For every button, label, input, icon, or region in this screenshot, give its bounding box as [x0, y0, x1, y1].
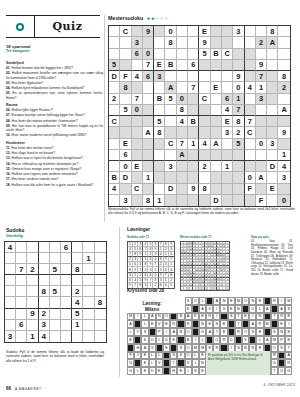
cell-r11c11[interactable]	[222, 139, 233, 150]
cell-r3c8[interactable]	[188, 49, 199, 60]
cell-r2c2[interactable]	[16, 253, 27, 264]
crossword-cell-r6c5: L	[156, 336, 163, 344]
cell-r16c13[interactable]	[245, 195, 256, 206]
cell-r2c3[interactable]	[27, 253, 38, 264]
cell-r7c15[interactable]	[267, 94, 278, 105]
cell-r8c8[interactable]	[83, 320, 94, 331]
cell-r5c10[interactable]	[211, 71, 222, 82]
cell-r5c2[interactable]	[16, 286, 27, 297]
cell-r5c3[interactable]	[27, 286, 38, 297]
cell-r12c8[interactable]	[188, 150, 199, 161]
cell-r6c2: 8	[120, 82, 131, 93]
cell-r15c2[interactable]	[120, 184, 131, 195]
cell-r4c2[interactable]	[120, 60, 131, 71]
crossword-cell-r7c5	[156, 344, 163, 352]
cell-r5c6[interactable]	[165, 71, 176, 82]
cell-r9c2[interactable]	[120, 116, 131, 127]
cell-r4c7[interactable]	[177, 60, 188, 71]
solutions-heading: Løsninger	[127, 227, 150, 232]
cell-r2c12[interactable]	[233, 37, 244, 48]
cell-r1c8[interactable]	[83, 242, 94, 253]
crossword-cell-r7c21: O	[271, 344, 278, 352]
cell-r2c2[interactable]	[120, 37, 131, 48]
crossword-solution-word: Løsning: Milano	[133, 301, 171, 314]
cell-r10c14[interactable]	[256, 127, 267, 138]
cell-r2c13[interactable]	[245, 37, 256, 48]
cell-r10c7[interactable]	[177, 127, 188, 138]
cell-r8c1[interactable]	[109, 105, 120, 116]
cell-r14c12[interactable]	[233, 172, 244, 183]
cell-r13c8[interactable]	[188, 161, 199, 172]
cell-r16c5: 1	[154, 195, 165, 206]
cell-r3c9[interactable]	[95, 264, 106, 275]
quiz-question-01: 01. Hvilket berømt skip ble bygget her i…	[6, 66, 103, 70]
cell-r13c11: 1	[222, 161, 233, 172]
cell-r3c12[interactable]	[233, 49, 244, 60]
cell-r3c1[interactable]	[5, 264, 16, 275]
cell-r3c14[interactable]	[256, 49, 267, 60]
cell-r13c12[interactable]	[233, 161, 244, 172]
cell-r16c3[interactable]	[132, 195, 143, 206]
cell-r6c11[interactable]	[222, 82, 233, 93]
cell-r8c9[interactable]	[95, 320, 106, 331]
cell-r2c6: 8	[165, 37, 176, 48]
cell-r2c10[interactable]	[211, 37, 222, 48]
crossword-cell-r3c18: I	[249, 313, 256, 321]
crossword-cell-r2c19: L	[256, 305, 263, 313]
cell-r3c6[interactable]	[165, 49, 176, 60]
cell-r1c7[interactable]	[177, 26, 188, 37]
cell-r7c5: B	[154, 94, 165, 105]
cell-r6c4[interactable]	[39, 297, 50, 308]
cell-r10c3[interactable]	[132, 127, 143, 138]
quiz-subtitle: 18 spørsmål Tre kategorier	[6, 44, 102, 53]
cell-r14c6[interactable]	[165, 172, 176, 183]
cell-r9c12: 8	[233, 116, 244, 127]
cell-r8c9[interactable]	[199, 105, 210, 116]
cell-r8c4[interactable]	[143, 105, 154, 116]
cell-r9c7[interactable]	[72, 331, 83, 342]
cell-r16c6[interactable]	[165, 195, 176, 206]
cell-r14c5[interactable]	[154, 172, 165, 183]
cell-r5c9[interactable]	[95, 286, 106, 297]
cell-r3c4: 0	[143, 49, 154, 60]
cell-r6c3[interactable]	[132, 82, 143, 93]
cell-r6c5[interactable]	[50, 297, 61, 308]
cell-r1c6: 6	[61, 242, 72, 253]
cell-r10c2[interactable]	[120, 127, 131, 138]
cell-r9c6[interactable]	[165, 116, 176, 127]
cell-r12c12[interactable]	[233, 150, 244, 161]
cell-r1c1[interactable]	[109, 26, 120, 37]
cell-r12c1[interactable]	[109, 150, 120, 161]
cell-r13c4[interactable]	[143, 161, 154, 172]
cell-r2c11[interactable]	[222, 37, 233, 48]
cell-r6c1[interactable]	[5, 297, 16, 308]
crossword-cell-r10c22: O	[278, 367, 285, 375]
cell-r7c8[interactable]	[83, 309, 94, 320]
cell-r11c3[interactable]	[132, 139, 143, 150]
cell-r1c10[interactable]	[211, 26, 222, 37]
cell-r3c1[interactable]	[109, 49, 120, 60]
cell-r14c8[interactable]	[188, 172, 199, 183]
cell-r5c8[interactable]	[188, 71, 199, 82]
cell-r2c16[interactable]	[278, 37, 289, 48]
cell-r12c9[interactable]	[199, 150, 210, 161]
crossword-cell-r7c6: E	[163, 344, 170, 352]
cell-r14c10[interactable]	[211, 172, 222, 183]
cell-r1c5[interactable]	[154, 26, 165, 37]
crossword-cell-r3c10: K	[192, 313, 199, 321]
cell-r4c8[interactable]	[83, 275, 94, 286]
cell-r2c4[interactable]	[39, 253, 50, 264]
cell-r9c4[interactable]	[143, 116, 154, 127]
cell-r15c5[interactable]	[154, 184, 165, 195]
cell-r1c7[interactable]	[72, 242, 83, 253]
cell-r9c14[interactable]	[256, 116, 267, 127]
cell-r12c15[interactable]	[267, 150, 278, 161]
cell-r8c6[interactable]	[165, 105, 176, 116]
cell-r11c5[interactable]	[154, 139, 165, 150]
cell-r12c5[interactable]	[154, 150, 165, 161]
cell-r9c9[interactable]	[95, 331, 106, 342]
cell-r7c3: 9	[27, 309, 38, 320]
cell-r13c14[interactable]	[256, 161, 267, 172]
cell-r9c7: 4	[177, 116, 188, 127]
cell-r5c9[interactable]	[199, 71, 210, 82]
cell-r7c2[interactable]	[120, 94, 131, 105]
cell-r12c14[interactable]	[256, 150, 267, 161]
cell-r4c2[interactable]	[16, 275, 27, 286]
cell-r6c9[interactable]	[199, 82, 210, 93]
cell-r4c5[interactable]	[50, 275, 61, 286]
crossword-heading: Kryssord side 28	[127, 288, 164, 293]
cell-r1c11[interactable]	[222, 26, 233, 37]
quiz-question-08: 08. Hva heter det største tettstedet i k…	[6, 119, 103, 123]
cell-r16c9[interactable]	[199, 195, 210, 206]
crossword-cell-r1c17: O	[242, 297, 249, 305]
cell-r3c4[interactable]	[39, 264, 50, 275]
cell-r7c13[interactable]	[245, 94, 256, 105]
cell-r11c2: E	[120, 139, 131, 150]
cell-r10c1[interactable]	[109, 127, 120, 138]
cell-r5c15[interactable]	[267, 71, 278, 82]
cell-r9c5[interactable]	[50, 331, 61, 342]
cell-r15c10[interactable]	[211, 184, 222, 195]
cell-r4c13[interactable]	[245, 60, 256, 71]
crossword-cell-r4c15	[228, 320, 235, 328]
cell-r8c15[interactable]	[267, 105, 278, 116]
cell-r7c1: 2	[109, 94, 120, 105]
cell-r15c4[interactable]	[143, 184, 154, 195]
crossword-cell-r6c13: O	[213, 336, 220, 344]
cell-r12c6[interactable]	[165, 150, 176, 161]
cell-r10c6[interactable]	[165, 127, 176, 138]
cell-r9c3[interactable]	[132, 116, 143, 127]
cell-r10c11: 3	[222, 127, 233, 138]
cell-r16c12[interactable]	[233, 195, 244, 206]
cell-r1c2[interactable]	[16, 242, 27, 253]
cell-r11c16[interactable]	[278, 139, 289, 150]
cell-r9c6[interactable]	[61, 331, 72, 342]
cell-r4c10[interactable]	[211, 60, 222, 71]
cell-r9c10[interactable]	[211, 116, 222, 127]
cell-r16c1[interactable]	[109, 195, 120, 206]
cell-r13c13[interactable]	[245, 161, 256, 172]
crossword-cell-r1c13: A	[213, 297, 220, 305]
crossword-cell-r7c9: O	[185, 344, 192, 352]
cell-r15c15: E	[267, 184, 278, 195]
cell-r13c9: 2	[199, 161, 210, 172]
cell-r9c8[interactable]	[83, 331, 94, 342]
cell-r5c4: 6	[143, 71, 154, 82]
cell-r3c15[interactable]	[267, 49, 278, 60]
cell-r4c16[interactable]	[278, 60, 289, 71]
cell-r12c3[interactable]	[132, 150, 143, 161]
cell-r1c5[interactable]	[50, 242, 61, 253]
cell-r4c3[interactable]	[132, 60, 143, 71]
cell-r1c4[interactable]	[39, 242, 50, 253]
crossword-cell-r6c22: P	[278, 336, 285, 344]
crossword-cell-r3c16: T	[235, 313, 242, 321]
crossword-cell-r10c6	[163, 367, 170, 375]
cell-r6c8[interactable]	[83, 297, 94, 308]
crossword-cell-r5c13: T	[213, 328, 220, 336]
solution-quiz-label: Svar på quiz	[251, 235, 269, 239]
cell-r11c13[interactable]	[245, 139, 256, 150]
cell-r15c14[interactable]	[256, 184, 267, 195]
quiz-category-3: Hunderaser	[6, 141, 103, 145]
cell-r3c7[interactable]	[177, 49, 188, 60]
crossword-cell-r10c21: T	[271, 367, 278, 375]
cell-r6c6[interactable]	[61, 297, 72, 308]
cell-r9c2[interactable]	[16, 331, 27, 342]
cell-r8c10[interactable]	[211, 105, 222, 116]
cell-r1c16[interactable]	[278, 26, 289, 37]
cell-r6c5[interactable]	[154, 82, 165, 93]
cell-r12c13[interactable]	[245, 150, 256, 161]
cell-r5c12: 9	[233, 71, 244, 82]
cell-r7c11: 6	[222, 94, 233, 105]
cell-r12c10[interactable]	[211, 150, 222, 161]
crossword-cell-r7c2: H	[134, 344, 141, 352]
crossword-cell-r9c8	[177, 359, 184, 367]
cell-r10c8[interactable]	[188, 127, 199, 138]
crossword-cell-r1c14: N	[220, 297, 227, 305]
cell-r3c8[interactable]	[83, 264, 94, 275]
cell-r10c9[interactable]	[199, 127, 210, 138]
cell-r5c7[interactable]	[177, 71, 188, 82]
cell-r2c4[interactable]	[143, 37, 154, 48]
cell-r6c10: E	[211, 82, 222, 93]
cell-r4c4[interactable]	[39, 275, 50, 286]
crossword-cell-r5c5: P	[156, 328, 163, 336]
cell-r4c9[interactable]	[95, 275, 106, 286]
cell-r14c7[interactable]	[177, 172, 188, 183]
cell-r3c2[interactable]	[120, 49, 131, 60]
crossword-cell-r2c13: I	[213, 305, 220, 313]
cell-r8c5[interactable]	[50, 320, 61, 331]
crossword-cell-r5c7: A	[170, 328, 177, 336]
crossword-cell-r7c23: T	[285, 344, 292, 352]
cell-r3c3: 6	[132, 49, 143, 60]
cell-r5c11[interactable]	[222, 71, 233, 82]
cell-r1c13[interactable]	[245, 26, 256, 37]
sudoku-caption: Sudoku: Fyll ut de tomme feltene slik at…	[6, 350, 104, 363]
cell-r15c12[interactable]	[233, 184, 244, 195]
cell-r4c15[interactable]	[267, 60, 278, 71]
cell-r16c8[interactable]	[188, 195, 199, 206]
cell-r4c7[interactable]	[72, 275, 83, 286]
cell-r7c16[interactable]	[278, 94, 289, 105]
cell-r7c5[interactable]	[50, 309, 61, 320]
cell-r13c5[interactable]	[154, 161, 165, 172]
cell-r8c6[interactable]	[61, 320, 72, 331]
cell-r1c3[interactable]	[132, 26, 143, 37]
cell-r13c10[interactable]	[211, 161, 222, 172]
cell-r14c15[interactable]	[267, 172, 278, 183]
cell-r14c3[interactable]	[132, 172, 143, 183]
quiz-question-16: 16. Hvilken rase regnes som verdens smar…	[6, 172, 103, 176]
footer-left: 66 A-MAGASINET	[6, 386, 41, 391]
cell-r13c7[interactable]	[177, 161, 188, 172]
cell-r15c11[interactable]	[222, 184, 233, 195]
cell-r5c8[interactable]	[83, 286, 94, 297]
cell-r16c14: F	[256, 195, 267, 206]
cell-r2c7[interactable]	[72, 253, 83, 264]
cell-r14c11[interactable]	[222, 172, 233, 183]
cell-r10c15[interactable]	[267, 127, 278, 138]
cell-r2c1[interactable]	[5, 253, 16, 264]
cell-r4c11[interactable]	[222, 60, 233, 71]
cell-r12c4[interactable]	[143, 150, 154, 161]
cell-r8c5[interactable]	[154, 105, 165, 116]
cell-r1c9[interactable]	[95, 242, 106, 253]
cell-r16c11[interactable]	[222, 195, 233, 206]
crossword-cell-r2c16: N	[235, 305, 242, 313]
cell-r6c7[interactable]	[177, 82, 188, 93]
cell-r4c3[interactable]	[27, 275, 38, 286]
cell-r2c1[interactable]	[109, 37, 120, 48]
quiz-question-04: 04. Hvilken kjent miljøaktivist kommer f…	[6, 86, 103, 90]
crossword-cell-r10c4: D	[149, 367, 156, 375]
cell-r3c10: B	[211, 49, 222, 60]
cell-r13c1[interactable]	[109, 161, 120, 172]
cell-r6c1[interactable]	[109, 82, 120, 93]
cell-r15c16[interactable]	[278, 184, 289, 195]
cell-r6c15[interactable]	[267, 82, 278, 93]
cell-r12c11[interactable]	[222, 150, 233, 161]
cell-r1c3[interactable]	[27, 242, 38, 253]
cell-r14c14: A	[256, 172, 267, 183]
cell-r3c16[interactable]	[278, 49, 289, 60]
cell-r8c8[interactable]	[188, 105, 199, 116]
cell-r3c5[interactable]	[154, 49, 165, 60]
cell-r8c3: 0	[132, 105, 143, 116]
cell-r14c9[interactable]	[199, 172, 210, 183]
cell-r6c4[interactable]	[143, 82, 154, 93]
cell-r6c2[interactable]	[16, 297, 27, 308]
crossword-cell-r1c19: E	[256, 297, 263, 305]
cell-r4c1[interactable]	[5, 275, 16, 286]
cell-r5c6[interactable]	[61, 286, 72, 297]
cell-r4c9[interactable]	[199, 60, 210, 71]
cell-r4c4: 7	[143, 60, 154, 71]
cell-r2c5[interactable]	[154, 37, 165, 48]
crossword-cell-r6c3: K	[141, 336, 148, 344]
cell-r2c5[interactable]	[50, 253, 61, 264]
cell-r7c10[interactable]	[211, 94, 222, 105]
cell-r3c13[interactable]	[245, 49, 256, 60]
cell-r1c14[interactable]	[256, 26, 267, 37]
cell-r15c7[interactable]	[177, 184, 188, 195]
cell-r2c8[interactable]	[188, 37, 199, 48]
crossword-cell-r2c10	[192, 305, 199, 313]
mestersudoku-grid[interactable]: C90E383892A605BC57EB69DF4639788A7E041227…	[108, 25, 291, 207]
cell-r9c15[interactable]	[267, 116, 278, 127]
crossword-cell-r3c4: A	[149, 313, 156, 321]
cell-r8c14[interactable]	[256, 105, 267, 116]
cell-r7c8[interactable]	[188, 94, 199, 105]
crossword-cell-r4c11: N	[199, 320, 206, 328]
cell-r16c7[interactable]	[177, 195, 188, 206]
cell-r8c3[interactable]	[27, 320, 38, 331]
cell-r2c15: A	[267, 37, 278, 48]
cell-r4c12[interactable]	[233, 60, 244, 71]
cell-r8c1[interactable]	[5, 320, 16, 331]
crossword-cell-r10c7: H	[170, 367, 177, 375]
cell-r6c3[interactable]	[27, 297, 38, 308]
crossword-cell-r9c7: T	[170, 359, 177, 367]
cell-r2c7[interactable]	[177, 37, 188, 48]
crossword-cell-r10c2: L	[134, 367, 141, 375]
cell-r5c13[interactable]	[245, 71, 256, 82]
cell-r9c13: 7	[245, 116, 256, 127]
cell-r7c2[interactable]	[16, 309, 27, 320]
cell-r3c6[interactable]	[61, 264, 72, 275]
crossword-cell-r4c6: E	[163, 320, 170, 328]
cell-r14c1: B	[109, 172, 120, 183]
cell-r8c13[interactable]	[245, 105, 256, 116]
cell-r9c11: E	[222, 116, 233, 127]
sudoku-grid[interactable]: 461725885248925631314	[4, 241, 107, 343]
cell-r9c5: 5	[154, 116, 165, 127]
cell-r7c9[interactable]	[95, 309, 106, 320]
cell-r5c7: 2	[72, 286, 83, 297]
cell-r5c1[interactable]	[5, 286, 16, 297]
cell-r9c9[interactable]	[199, 116, 210, 127]
cell-r2c6[interactable]	[61, 253, 72, 264]
cell-r7c4[interactable]	[143, 94, 154, 105]
cell-r7c1[interactable]	[5, 309, 16, 320]
cell-r11c4[interactable]	[143, 139, 154, 150]
cell-r7c6[interactable]	[61, 309, 72, 320]
cell-r9c16[interactable]	[278, 116, 289, 127]
magazine-brand: A-MAGASINET	[15, 387, 41, 391]
crossword-cell-r3c3: L	[141, 313, 148, 321]
cell-r4c6[interactable]	[61, 275, 72, 286]
crossword-cell-r3c20	[264, 313, 271, 321]
crossword-solution-answer: Milano	[133, 307, 171, 313]
cell-r1c8[interactable]	[188, 26, 199, 37]
cell-r11c1[interactable]	[109, 139, 120, 150]
cell-r15c3: C	[132, 184, 143, 195]
cell-r10c10[interactable]	[211, 127, 222, 138]
cell-r2c9[interactable]	[95, 253, 106, 264]
difficulty-stars: ★★★★★	[146, 16, 169, 21]
crossword-cell-r7c22: S	[278, 344, 285, 352]
cell-r16c15[interactable]	[267, 195, 278, 206]
